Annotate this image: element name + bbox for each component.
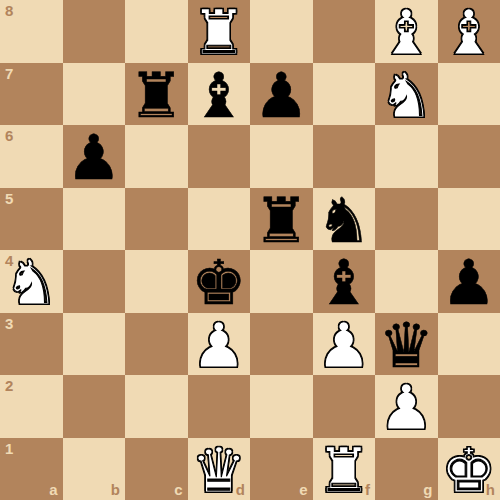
square-c4[interactable] [125, 250, 188, 313]
square-d5[interactable] [188, 188, 251, 251]
piece-white-knight[interactable]: ♞ [378, 65, 434, 125]
square-h3[interactable] [438, 313, 500, 376]
square-g1[interactable]: g [375, 438, 438, 500]
square-e2[interactable] [250, 375, 313, 438]
square-b4[interactable] [63, 250, 126, 313]
piece-black-rook[interactable]: ♜ [128, 65, 184, 125]
square-h5[interactable] [438, 188, 500, 251]
piece-black-pawn[interactable]: ♟ [441, 252, 497, 312]
piece-white-pawn[interactable]: ♟ [191, 315, 247, 375]
square-d2[interactable] [188, 375, 251, 438]
piece-white-knight[interactable]: ♞ [3, 252, 59, 312]
square-a3[interactable]: 3 [0, 313, 63, 376]
square-g5[interactable] [375, 188, 438, 251]
file-label-g: g [423, 482, 432, 497]
square-b7[interactable] [63, 63, 126, 126]
square-f5[interactable]: ♞ [313, 188, 376, 251]
square-c3[interactable] [125, 313, 188, 376]
piece-white-pawn[interactable]: ♟ [316, 315, 372, 375]
file-label-a: a [49, 482, 57, 497]
piece-white-rook[interactable]: ♜ [316, 440, 372, 500]
piece-white-bishop[interactable]: ♝ [441, 2, 497, 62]
square-e7[interactable]: ♟ [250, 63, 313, 126]
square-h6[interactable] [438, 125, 500, 188]
square-b8[interactable] [63, 0, 126, 63]
square-g7[interactable]: ♞ [375, 63, 438, 126]
square-d7[interactable]: ♝ [188, 63, 251, 126]
rank-label-3: 3 [5, 316, 13, 331]
piece-white-king[interactable]: ♚ [441, 440, 497, 500]
rank-label-7: 7 [5, 66, 13, 81]
square-g6[interactable] [375, 125, 438, 188]
piece-white-pawn[interactable]: ♟ [378, 377, 434, 437]
square-e5[interactable]: ♜ [250, 188, 313, 251]
square-f8[interactable] [313, 0, 376, 63]
square-b6[interactable]: ♟ [63, 125, 126, 188]
square-f4[interactable]: ♝ [313, 250, 376, 313]
square-c6[interactable] [125, 125, 188, 188]
square-a7[interactable]: 7 [0, 63, 63, 126]
file-label-b: b [111, 482, 120, 497]
piece-white-queen[interactable]: ♛ [191, 440, 247, 500]
square-f2[interactable] [313, 375, 376, 438]
square-h1[interactable]: h♚ [438, 438, 500, 500]
square-d3[interactable]: ♟ [188, 313, 251, 376]
square-a8[interactable]: 8 [0, 0, 63, 63]
rank-label-5: 5 [5, 191, 13, 206]
square-f7[interactable] [313, 63, 376, 126]
square-h8[interactable]: ♝ [438, 0, 500, 63]
square-h7[interactable] [438, 63, 500, 126]
piece-white-bishop[interactable]: ♝ [378, 2, 434, 62]
rank-label-8: 8 [5, 3, 13, 18]
piece-black-pawn[interactable]: ♟ [66, 127, 122, 187]
square-c8[interactable] [125, 0, 188, 63]
square-a6[interactable]: 6 [0, 125, 63, 188]
square-a2[interactable]: 2 [0, 375, 63, 438]
square-e6[interactable] [250, 125, 313, 188]
square-c2[interactable] [125, 375, 188, 438]
piece-black-knight[interactable]: ♞ [316, 190, 372, 250]
square-g3[interactable]: ♛ [375, 313, 438, 376]
square-h2[interactable] [438, 375, 500, 438]
piece-black-queen[interactable]: ♛ [378, 315, 434, 375]
square-a5[interactable]: 5 [0, 188, 63, 251]
file-label-c: c [174, 482, 182, 497]
piece-black-bishop[interactable]: ♝ [191, 65, 247, 125]
piece-black-rook[interactable]: ♜ [253, 190, 309, 250]
file-label-e: e [299, 482, 307, 497]
square-e3[interactable] [250, 313, 313, 376]
square-b3[interactable] [63, 313, 126, 376]
square-c1[interactable]: c [125, 438, 188, 500]
square-a1[interactable]: 1a [0, 438, 63, 500]
piece-white-rook[interactable]: ♜ [191, 2, 247, 62]
square-h4[interactable]: ♟ [438, 250, 500, 313]
chess-board: 8♜♝♝7♜♝♟♞6♟5♜♞4♞♚♝♟3♟♟♛2♟1abcd♛ef♜gh♚ [0, 0, 500, 500]
piece-black-bishop[interactable]: ♝ [316, 252, 372, 312]
square-d6[interactable] [188, 125, 251, 188]
square-c5[interactable] [125, 188, 188, 251]
square-e8[interactable] [250, 0, 313, 63]
rank-label-2: 2 [5, 378, 13, 393]
square-f6[interactable] [313, 125, 376, 188]
rank-label-1: 1 [5, 441, 13, 456]
piece-black-king[interactable]: ♚ [191, 252, 247, 312]
square-g2[interactable]: ♟ [375, 375, 438, 438]
square-d1[interactable]: d♛ [188, 438, 251, 500]
square-a4[interactable]: 4♞ [0, 250, 63, 313]
square-g8[interactable]: ♝ [375, 0, 438, 63]
square-e1[interactable]: e [250, 438, 313, 500]
rank-label-6: 6 [5, 128, 13, 143]
square-f3[interactable]: ♟ [313, 313, 376, 376]
square-b2[interactable] [63, 375, 126, 438]
square-g4[interactable] [375, 250, 438, 313]
square-f1[interactable]: f♜ [313, 438, 376, 500]
square-e4[interactable] [250, 250, 313, 313]
piece-black-pawn[interactable]: ♟ [253, 65, 309, 125]
square-d8[interactable]: ♜ [188, 0, 251, 63]
square-d4[interactable]: ♚ [188, 250, 251, 313]
square-c7[interactable]: ♜ [125, 63, 188, 126]
square-b5[interactable] [63, 188, 126, 251]
square-b1[interactable]: b [63, 438, 126, 500]
